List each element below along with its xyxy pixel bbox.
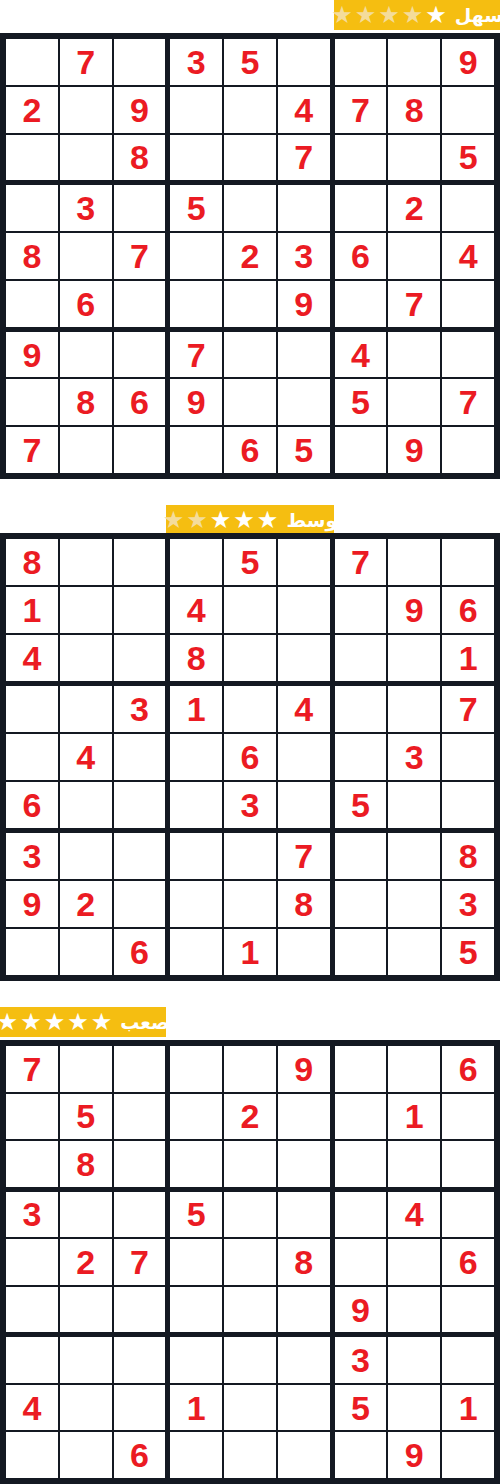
sudoku-cell-empty[interactable] bbox=[388, 833, 440, 879]
sudoku-cell-given[interactable]: 9 bbox=[114, 87, 166, 133]
sudoku-cell-empty[interactable] bbox=[388, 1046, 440, 1092]
sudoku-cell-given[interactable]: 5 bbox=[278, 427, 330, 473]
sudoku-cell-empty[interactable] bbox=[114, 1287, 166, 1333]
sudoku-box: 814 bbox=[6, 539, 165, 681]
sudoku-cell-empty[interactable] bbox=[60, 233, 112, 279]
sudoku-cell-empty[interactable] bbox=[6, 1141, 58, 1187]
sudoku-cell-given[interactable]: 6 bbox=[60, 281, 112, 327]
sudoku-cell-empty[interactable] bbox=[278, 39, 330, 85]
sudoku-cell-given[interactable]: 6 bbox=[442, 1046, 494, 1092]
sudoku-cell-empty[interactable] bbox=[388, 782, 440, 828]
sudoku-cell-empty[interactable] bbox=[170, 1046, 222, 1092]
sudoku-cell-empty[interactable] bbox=[224, 1141, 276, 1187]
sudoku-cell-empty[interactable] bbox=[442, 1192, 494, 1238]
sudoku-cell-empty[interactable] bbox=[224, 1192, 276, 1238]
sudoku-cell-empty[interactable] bbox=[60, 833, 112, 879]
sudoku-cell-empty[interactable] bbox=[278, 635, 330, 681]
sudoku-cell-given[interactable]: 5 bbox=[335, 379, 387, 425]
sudoku-cell-empty[interactable] bbox=[6, 1239, 58, 1285]
star-icon: ★ bbox=[425, 3, 447, 27]
sudoku-cell-empty[interactable] bbox=[442, 1337, 494, 1383]
sudoku-cell-empty[interactable] bbox=[60, 1192, 112, 1238]
sudoku-box: 758 bbox=[6, 1046, 165, 1187]
star-icon: ★ bbox=[331, 3, 353, 27]
sudoku-cell-given[interactable]: 9 bbox=[278, 281, 330, 327]
sudoku-box: 3519 bbox=[335, 1337, 494, 1478]
sudoku-cell-given[interactable]: 2 bbox=[388, 185, 440, 231]
sudoku-cell-empty[interactable] bbox=[170, 1239, 222, 1285]
sudoku-cell-empty[interactable] bbox=[335, 734, 387, 780]
sudoku-cell-empty[interactable] bbox=[442, 332, 494, 378]
sudoku-cell-given[interactable]: 1 bbox=[170, 686, 222, 732]
sudoku-cell-given[interactable]: 6 bbox=[442, 587, 494, 633]
sudoku-cell-empty[interactable] bbox=[60, 427, 112, 473]
sudoku-cell-empty[interactable] bbox=[278, 379, 330, 425]
sudoku-cell-given[interactable]: 7 bbox=[388, 281, 440, 327]
sudoku-cell-empty[interactable] bbox=[224, 686, 276, 732]
sudoku-cell-given[interactable]: 5 bbox=[442, 929, 494, 975]
sudoku-cell-empty[interactable] bbox=[278, 1337, 330, 1383]
sudoku-cell-empty[interactable] bbox=[388, 539, 440, 585]
sudoku-cell-empty[interactable] bbox=[224, 1287, 276, 1333]
sudoku-cell-given[interactable]: 9 bbox=[335, 1287, 387, 1333]
sudoku-cell-empty[interactable] bbox=[170, 1432, 222, 1478]
difficulty-label: سهل bbox=[455, 6, 500, 25]
sudoku-cell-empty[interactable] bbox=[170, 881, 222, 927]
sudoku-grid-hard: 7589261327584694613519 bbox=[0, 1040, 500, 1484]
sudoku-cell-empty[interactable] bbox=[388, 379, 440, 425]
sudoku-cell-given[interactable]: 3 bbox=[335, 1337, 387, 1383]
sudoku-cell-given[interactable]: 3 bbox=[278, 233, 330, 279]
sudoku-cell-given[interactable]: 7 bbox=[170, 332, 222, 378]
sudoku-cell-empty[interactable] bbox=[170, 1337, 222, 1383]
sudoku-cell-given[interactable]: 8 bbox=[442, 833, 494, 879]
sudoku-cell-given[interactable]: 9 bbox=[388, 427, 440, 473]
sudoku-cell-empty[interactable] bbox=[60, 135, 112, 181]
sudoku-box: 92 bbox=[170, 1046, 329, 1187]
sudoku-cell-empty[interactable] bbox=[388, 39, 440, 85]
star-icon: ★ bbox=[233, 508, 255, 532]
sudoku-cell-empty[interactable] bbox=[335, 185, 387, 231]
sudoku-cell-empty[interactable] bbox=[114, 1192, 166, 1238]
sudoku-box: 2647 bbox=[335, 185, 494, 326]
sudoku-box: 4579 bbox=[335, 332, 494, 473]
sudoku-cell-empty[interactable] bbox=[114, 1046, 166, 1092]
sudoku-cell-given[interactable]: 5 bbox=[335, 782, 387, 828]
sudoku-cell-given[interactable]: 5 bbox=[224, 539, 276, 585]
sudoku-cell-given[interactable]: 1 bbox=[442, 635, 494, 681]
difficulty-stars: ★★★★★ bbox=[0, 1010, 112, 1034]
sudoku-cell-given[interactable]: 5 bbox=[170, 1192, 222, 1238]
sudoku-cell-empty[interactable] bbox=[278, 587, 330, 633]
sudoku-cell-empty[interactable] bbox=[224, 1432, 276, 1478]
star-icon: ★ bbox=[186, 508, 208, 532]
sudoku-cell-given[interactable]: 6 bbox=[114, 1432, 166, 1478]
sudoku-cell-empty[interactable] bbox=[114, 782, 166, 828]
sudoku-cell-given[interactable]: 7 bbox=[114, 233, 166, 279]
sudoku-cell-empty[interactable] bbox=[170, 929, 222, 975]
sudoku-cell-given[interactable] bbox=[442, 1432, 494, 1478]
sudoku-cell-given[interactable]: 2 bbox=[224, 1094, 276, 1140]
sudoku-cell-empty[interactable] bbox=[335, 833, 387, 879]
sudoku-cell-empty[interactable] bbox=[224, 587, 276, 633]
star-icon: ★ bbox=[257, 508, 279, 532]
sudoku-cell-empty[interactable] bbox=[224, 379, 276, 425]
star-icon: ★ bbox=[378, 3, 400, 27]
sudoku-cell-given[interactable]: 5 bbox=[442, 135, 494, 181]
sudoku-box: 835 bbox=[335, 833, 494, 975]
sudoku-cell-empty[interactable] bbox=[278, 1287, 330, 1333]
sudoku-cell-empty[interactable] bbox=[335, 1141, 387, 1187]
difficulty-label: صعب bbox=[120, 1013, 169, 1032]
sudoku-box: 58 bbox=[170, 1192, 329, 1333]
sudoku-box: 5239 bbox=[170, 185, 329, 326]
sudoku-box: 1 bbox=[170, 1337, 329, 1478]
sudoku-cell-empty[interactable] bbox=[278, 185, 330, 231]
sudoku-cell-empty[interactable] bbox=[170, 782, 222, 828]
sudoku-cell-empty[interactable] bbox=[335, 686, 387, 732]
sudoku-cell-empty[interactable] bbox=[6, 281, 58, 327]
sudoku-box: 7961 bbox=[335, 539, 494, 681]
sudoku-cell-empty[interactable] bbox=[335, 1432, 387, 1478]
sudoku-cell-empty[interactable] bbox=[335, 635, 387, 681]
sudoku-cell-given[interactable]: 6 bbox=[6, 782, 58, 828]
sudoku-cell-empty[interactable] bbox=[60, 539, 112, 585]
sudoku-cell-empty[interactable] bbox=[6, 686, 58, 732]
sudoku-cell-empty[interactable] bbox=[388, 635, 440, 681]
sudoku-cell-empty[interactable] bbox=[6, 1094, 58, 1140]
sudoku-box: 9785 bbox=[335, 39, 494, 180]
sudoku-cell-empty[interactable] bbox=[442, 185, 494, 231]
sudoku-cell-given[interactable]: 8 bbox=[114, 135, 166, 181]
sudoku-cell-given[interactable]: 7 bbox=[278, 135, 330, 181]
sudoku-cell-empty[interactable] bbox=[335, 1046, 387, 1092]
sudoku-box: 3547 bbox=[170, 39, 329, 180]
sudoku-cell-empty[interactable] bbox=[335, 281, 387, 327]
sudoku-cell-empty[interactable] bbox=[224, 1046, 276, 1092]
sudoku-cell-given[interactable]: 6 bbox=[442, 1239, 494, 1285]
difficulty-banner-medium: ★★★★★ وسط bbox=[166, 505, 334, 535]
sudoku-cell-empty[interactable] bbox=[6, 39, 58, 85]
sudoku-box: 781 bbox=[170, 833, 329, 975]
sudoku-cell-given[interactable]: 4 bbox=[278, 686, 330, 732]
sudoku-cell-empty[interactable] bbox=[6, 929, 58, 975]
sudoku-cell-empty[interactable] bbox=[170, 1141, 222, 1187]
sudoku-cell-empty[interactable] bbox=[170, 1094, 222, 1140]
sudoku-cell-empty[interactable] bbox=[170, 233, 222, 279]
sudoku-box: 46 bbox=[6, 1337, 165, 1478]
sudoku-cell-empty[interactable] bbox=[278, 734, 330, 780]
sudoku-box: 469 bbox=[335, 1192, 494, 1333]
sudoku-cell-given[interactable]: 9 bbox=[6, 332, 58, 378]
sudoku-cell-given[interactable]: 7 bbox=[60, 39, 112, 85]
sudoku-cell-given[interactable]: 7 bbox=[114, 1239, 166, 1285]
sudoku-cell-empty[interactable] bbox=[224, 135, 276, 181]
sudoku-cell-empty[interactable] bbox=[388, 686, 440, 732]
sudoku-cell-empty[interactable] bbox=[224, 332, 276, 378]
sudoku-cell-empty[interactable] bbox=[442, 1287, 494, 1333]
sudoku-cell-empty[interactable] bbox=[278, 539, 330, 585]
difficulty-banner-easy: ★★★★★ سهل bbox=[334, 0, 500, 30]
sudoku-box: 3876 bbox=[6, 185, 165, 326]
sudoku-cell-empty[interactable] bbox=[60, 782, 112, 828]
sudoku-cell-given[interactable]: 8 bbox=[388, 87, 440, 133]
sudoku-cell-given[interactable]: 8 bbox=[6, 233, 58, 279]
sudoku-cell-empty[interactable] bbox=[442, 281, 494, 327]
sudoku-cell-empty[interactable] bbox=[335, 1094, 387, 1140]
sudoku-cell-empty[interactable] bbox=[114, 281, 166, 327]
sudoku-cell-empty[interactable] bbox=[388, 881, 440, 927]
sudoku-cell-given[interactable]: 2 bbox=[224, 233, 276, 279]
sudoku-cell-empty[interactable] bbox=[170, 135, 222, 181]
sudoku-cell-given[interactable]: 5 bbox=[170, 185, 222, 231]
sudoku-cell-empty[interactable] bbox=[278, 1192, 330, 1238]
sudoku-cell-empty[interactable] bbox=[114, 833, 166, 879]
sudoku-cell-empty[interactable] bbox=[224, 833, 276, 879]
sudoku-cell-given[interactable]: 6 bbox=[335, 233, 387, 279]
sudoku-box: 327 bbox=[6, 1192, 165, 1333]
sudoku-cell-given[interactable]: 7 bbox=[6, 1046, 58, 1092]
difficulty-stars: ★★★★★ bbox=[163, 508, 279, 532]
sudoku-cell-given[interactable]: 2 bbox=[60, 881, 112, 927]
sudoku-cell-empty[interactable] bbox=[224, 1385, 276, 1431]
difficulty-stars: ★★★★★ bbox=[331, 3, 447, 27]
sudoku-cell-given[interactable]: 3 bbox=[442, 881, 494, 927]
sudoku-cell-empty[interactable] bbox=[6, 135, 58, 181]
sudoku-cell-empty[interactable] bbox=[388, 233, 440, 279]
sudoku-cell-given[interactable]: 2 bbox=[60, 1239, 112, 1285]
sudoku-cell-given[interactable]: 5 bbox=[224, 39, 276, 85]
sudoku-cell-given[interactable]: 7 bbox=[335, 539, 387, 585]
sudoku-cell-given[interactable]: 1 bbox=[388, 1094, 440, 1140]
star-icon: ★ bbox=[210, 508, 232, 532]
sudoku-cell-empty[interactable] bbox=[170, 1287, 222, 1333]
sudoku-cell-empty[interactable] bbox=[224, 1239, 276, 1285]
sudoku-cell-empty[interactable] bbox=[388, 332, 440, 378]
sudoku-cell-empty[interactable] bbox=[60, 587, 112, 633]
sudoku-cell-empty[interactable] bbox=[335, 39, 387, 85]
sudoku-cell-empty[interactable] bbox=[224, 185, 276, 231]
sudoku-cell-empty[interactable] bbox=[442, 539, 494, 585]
sudoku-cell-empty[interactable] bbox=[170, 281, 222, 327]
sudoku-cell-empty[interactable] bbox=[224, 881, 276, 927]
sudoku-cell-empty[interactable] bbox=[170, 427, 222, 473]
sudoku-box: 735 bbox=[335, 686, 494, 828]
sudoku-cell-empty[interactable] bbox=[60, 1337, 112, 1383]
sudoku-cell-given[interactable]: 4 bbox=[6, 1385, 58, 1431]
star-icon: ★ bbox=[355, 3, 377, 27]
sudoku-box: 61 bbox=[335, 1046, 494, 1187]
sudoku-cell-given[interactable]: 3 bbox=[224, 782, 276, 828]
sudoku-cell-given[interactable]: 7 bbox=[442, 686, 494, 732]
sudoku-cell-empty[interactable] bbox=[60, 87, 112, 133]
sudoku-cell-empty[interactable] bbox=[278, 332, 330, 378]
sudoku-box: 7298 bbox=[6, 39, 165, 180]
sudoku-cell-empty[interactable] bbox=[335, 135, 387, 181]
sudoku-cell-empty[interactable] bbox=[442, 1094, 494, 1140]
sudoku-cell-empty[interactable] bbox=[114, 1385, 166, 1431]
sudoku-cell-empty[interactable] bbox=[442, 1141, 494, 1187]
star-icon: ★ bbox=[402, 3, 424, 27]
star-icon: ★ bbox=[44, 1010, 66, 1034]
sudoku-cell-empty[interactable] bbox=[6, 1432, 58, 1478]
sudoku-cell-empty[interactable] bbox=[60, 1385, 112, 1431]
sudoku-box: 548 bbox=[170, 539, 329, 681]
sudoku-cell-empty[interactable] bbox=[170, 734, 222, 780]
sudoku-cell-empty[interactable] bbox=[60, 1287, 112, 1333]
sudoku-cell-empty[interactable] bbox=[6, 1337, 58, 1383]
sudoku-cell-empty[interactable] bbox=[60, 1046, 112, 1092]
sudoku-cell-empty[interactable] bbox=[114, 332, 166, 378]
sudoku-cell-given[interactable]: 9 bbox=[388, 587, 440, 633]
sudoku-cell-empty[interactable] bbox=[335, 929, 387, 975]
sudoku-cell-given[interactable]: 7 bbox=[442, 379, 494, 425]
sudoku-cell-empty[interactable] bbox=[278, 1385, 330, 1431]
sudoku-cell-given[interactable]: 6 bbox=[224, 734, 276, 780]
sudoku-cell-given[interactable]: 4 bbox=[278, 87, 330, 133]
sudoku-cell-empty[interactable] bbox=[60, 686, 112, 732]
sudoku-cell-empty[interactable] bbox=[114, 635, 166, 681]
sudoku-cell-empty[interactable] bbox=[170, 539, 222, 585]
sudoku-cell-given[interactable]: 5 bbox=[335, 1385, 387, 1431]
sudoku-box: 7965 bbox=[170, 332, 329, 473]
sudoku-cell-given[interactable]: 4 bbox=[60, 734, 112, 780]
sudoku-cell-given[interactable]: 7 bbox=[335, 87, 387, 133]
sudoku-cell-empty[interactable] bbox=[114, 1141, 166, 1187]
sudoku-cell-given[interactable]: 9 bbox=[6, 881, 58, 927]
sudoku-box: 346 bbox=[6, 686, 165, 828]
sudoku-cell-empty[interactable] bbox=[60, 929, 112, 975]
sudoku-cell-given[interactable]: 7 bbox=[278, 833, 330, 879]
sudoku-cell-empty[interactable] bbox=[114, 427, 166, 473]
sudoku-cell-empty[interactable] bbox=[224, 635, 276, 681]
sudoku-cell-empty[interactable] bbox=[114, 39, 166, 85]
sudoku-cell-given[interactable]: 3 bbox=[388, 734, 440, 780]
sudoku-cell-empty[interactable] bbox=[442, 87, 494, 133]
sudoku-cell-given[interactable]: 4 bbox=[388, 1192, 440, 1238]
sudoku-cell-empty[interactable] bbox=[335, 881, 387, 927]
sudoku-cell-given[interactable]: 9 bbox=[170, 379, 222, 425]
sudoku-cell-empty[interactable] bbox=[388, 1337, 440, 1383]
sudoku-cell-given[interactable]: 4 bbox=[442, 233, 494, 279]
sudoku-cell-empty[interactable] bbox=[278, 782, 330, 828]
sudoku-cell-given[interactable]: 8 bbox=[60, 379, 112, 425]
sudoku-cell-empty[interactable] bbox=[388, 1141, 440, 1187]
sudoku-cell-empty[interactable] bbox=[6, 734, 58, 780]
star-icon: ★ bbox=[20, 1010, 42, 1034]
sudoku-cell-empty[interactable] bbox=[335, 427, 387, 473]
sudoku-cell-given[interactable]: 5 bbox=[60, 1094, 112, 1140]
sudoku-cell-given[interactable]: 8 bbox=[170, 635, 222, 681]
sudoku-cell-empty[interactable] bbox=[388, 929, 440, 975]
sudoku-cell-given[interactable]: 1 bbox=[442, 1385, 494, 1431]
sudoku-cell-given[interactable]: 1 bbox=[224, 929, 276, 975]
sudoku-cell-given[interactable]: 1 bbox=[6, 587, 58, 633]
sudoku-cell-empty[interactable] bbox=[224, 281, 276, 327]
sudoku-cell-given[interactable]: 8 bbox=[278, 881, 330, 927]
sudoku-cell-empty[interactable] bbox=[335, 1239, 387, 1285]
sudoku-cell-empty[interactable] bbox=[442, 734, 494, 780]
sudoku-grid-medium: 814548796134614637353926781835 bbox=[0, 533, 500, 981]
sudoku-cell-empty[interactable] bbox=[388, 1385, 440, 1431]
sudoku-cell-given[interactable]: 3 bbox=[60, 185, 112, 231]
sudoku-cell-empty[interactable] bbox=[224, 1337, 276, 1383]
sudoku-cell-empty[interactable] bbox=[442, 427, 494, 473]
sudoku-cell-given[interactable]: 6 bbox=[224, 427, 276, 473]
star-icon: ★ bbox=[91, 1010, 113, 1034]
sudoku-cell-empty[interactable] bbox=[114, 1337, 166, 1383]
sudoku-cell-given[interactable]: 2 bbox=[6, 87, 58, 133]
sudoku-cell-given[interactable]: 9 bbox=[442, 39, 494, 85]
sudoku-cell-given[interactable]: 9 bbox=[388, 1432, 440, 1478]
star-icon: ★ bbox=[0, 1010, 18, 1034]
sudoku-cell-empty[interactable] bbox=[114, 1094, 166, 1140]
difficulty-label: وسط bbox=[286, 511, 337, 530]
sudoku-cell-empty[interactable] bbox=[224, 87, 276, 133]
sudoku-cell-given[interactable]: 7 bbox=[6, 427, 58, 473]
sudoku-cell-given[interactable]: 3 bbox=[114, 686, 166, 732]
sudoku-cell-empty[interactable] bbox=[335, 587, 387, 633]
sudoku-cell-given[interactable]: 8 bbox=[6, 539, 58, 585]
sudoku-cell-given[interactable]: 4 bbox=[335, 332, 387, 378]
sudoku-cell-empty[interactable] bbox=[170, 87, 222, 133]
sudoku-cell-given[interactable]: 3 bbox=[6, 833, 58, 879]
sudoku-cell-empty[interactable] bbox=[60, 332, 112, 378]
sudoku-cell-empty[interactable] bbox=[114, 185, 166, 231]
sudoku-box: 3926 bbox=[6, 833, 165, 975]
sudoku-box: 1463 bbox=[170, 686, 329, 828]
sudoku-cell-empty[interactable] bbox=[114, 587, 166, 633]
sudoku-box: 9867 bbox=[6, 332, 165, 473]
sudoku-cell-empty[interactable] bbox=[388, 135, 440, 181]
sudoku-cell-given[interactable]: 4 bbox=[170, 587, 222, 633]
sudoku-cell-given[interactable]: 6 bbox=[114, 929, 166, 975]
sudoku-cell-empty[interactable] bbox=[442, 782, 494, 828]
sudoku-cell-given[interactable]: 8 bbox=[278, 1239, 330, 1285]
sudoku-cell-empty[interactable] bbox=[388, 1287, 440, 1333]
sudoku-cell-empty[interactable] bbox=[278, 1094, 330, 1140]
sudoku-cell-empty[interactable] bbox=[6, 185, 58, 231]
sudoku-cell-given[interactable]: 4 bbox=[6, 635, 58, 681]
sudoku-cell-empty[interactable] bbox=[278, 929, 330, 975]
sudoku-cell-empty[interactable] bbox=[388, 1239, 440, 1285]
sudoku-cell-empty[interactable] bbox=[114, 734, 166, 780]
sudoku-cell-given[interactable]: 3 bbox=[170, 39, 222, 85]
sudoku-cell-empty[interactable] bbox=[335, 1192, 387, 1238]
sudoku-cell-empty[interactable] bbox=[60, 635, 112, 681]
sudoku-cell-empty[interactable] bbox=[6, 379, 58, 425]
difficulty-banner-hard: ★★★★★ صعب bbox=[0, 1007, 166, 1037]
sudoku-cell-given[interactable]: 1 bbox=[170, 1385, 222, 1431]
sudoku-cell-empty[interactable] bbox=[278, 1432, 330, 1478]
sudoku-cell-empty[interactable] bbox=[60, 1432, 112, 1478]
sudoku-cell-empty[interactable] bbox=[114, 881, 166, 927]
sudoku-cell-empty[interactable] bbox=[6, 1287, 58, 1333]
sudoku-cell-empty[interactable] bbox=[278, 1141, 330, 1187]
sudoku-cell-given[interactable]: 3 bbox=[6, 1192, 58, 1238]
sudoku-cell-empty[interactable] bbox=[170, 833, 222, 879]
sudoku-cell-empty[interactable] bbox=[114, 539, 166, 585]
sudoku-cell-given[interactable]: 8 bbox=[60, 1141, 112, 1187]
star-icon: ★ bbox=[67, 1010, 89, 1034]
sudoku-cell-given[interactable]: 6 bbox=[114, 379, 166, 425]
sudoku-cell-given[interactable]: 9 bbox=[278, 1046, 330, 1092]
star-icon: ★ bbox=[163, 508, 185, 532]
sudoku-grid-easy: 729835479785387652392647986779654579 bbox=[0, 33, 500, 479]
